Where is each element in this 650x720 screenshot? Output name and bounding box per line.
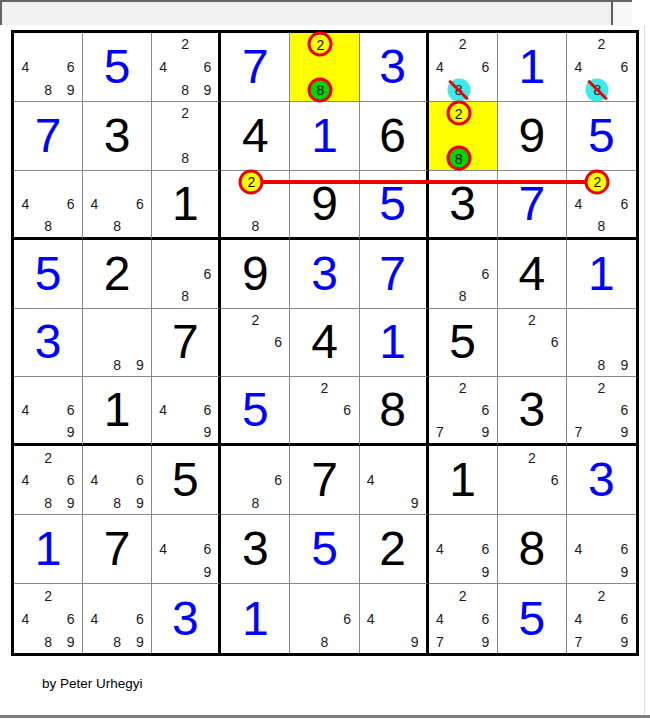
given-digit: 2 [360,515,426,583]
candidate-8: 8 [244,215,267,237]
candidate-grid: 469 [429,515,497,583]
candidate-6: 6 [474,607,497,630]
candidate-6: 6 [474,262,497,285]
candidate-8: 8 [590,354,613,377]
solved-digit: 3 [14,309,82,377]
solved-digit: 5 [83,33,151,101]
cell-r4c2[interactable]: 2 [83,240,152,309]
candidate-8: 8 [313,630,336,653]
cell-r7c2[interactable]: 4689 [83,446,152,515]
candidate-4: 4 [429,607,452,630]
solved-digit: 1 [14,515,82,583]
cell-r6c1[interactable]: 469 [14,377,83,446]
candidate-2: 2 [313,377,336,399]
marked-candidate-2: 2 [594,175,602,189]
candidate-grid: 2679 [567,377,636,443]
candidate-9: 9 [59,78,82,101]
cell-r7c6[interactable]: 49 [360,446,429,515]
cell-r2c1[interactable]: 7 [14,102,83,171]
candidate-7: 7 [567,421,590,443]
cell-r9c1[interactable]: 24689 [14,584,83,653]
cell-r8c7[interactable]: 469 [429,515,498,584]
cell-r9c5[interactable]: 68 [290,584,359,653]
candidate-6: 6 [613,538,636,561]
candidate-9: 9 [59,630,82,653]
cell-r8c1[interactable]: 1 [14,515,83,584]
cell-r2c5[interactable]: 1 [290,102,359,171]
cell-r5c1[interactable]: 3 [14,309,83,378]
candidate-grid: 24689 [14,584,82,653]
candidate-4: 4 [429,538,452,561]
window-bottom-edge [0,715,650,718]
solved-digit: 1 [567,240,636,308]
candidate-6: 6 [267,331,290,354]
solved-digit: 1 [221,584,289,653]
candidate-2: 2 [451,33,474,56]
cell-r9c3[interactable]: 3 [152,584,221,653]
candidate-grid: 26 [290,377,358,443]
candidate-9: 9 [404,492,426,515]
given-digit: 8 [498,515,566,583]
candidate-4: 4 [360,469,382,492]
given-digit: 8 [360,377,426,443]
given-digit: 4 [498,240,566,308]
cell-r2c3[interactable]: 28 [152,102,221,171]
given-digit: 1 [152,171,218,237]
candidate-2: 2 [590,584,613,607]
solved-digit: 7 [14,102,82,170]
cell-r4c5[interactable]: 3 [290,240,359,309]
cell-r4c4[interactable]: 9 [221,240,290,309]
top-bar-end-cap [613,2,632,25]
candidate-grid: 68 [429,240,497,308]
candidate-9: 9 [196,78,218,101]
cell-r1c8[interactable]: 1 [498,33,567,102]
candidate-grid: 24689 [14,446,82,514]
candidate-9: 9 [474,560,497,583]
candidate-grid: 2679 [429,377,497,443]
candidate-9: 9 [404,630,426,653]
candidate-grid: 4689 [83,446,151,514]
candidate-6: 6 [196,538,218,561]
cell-r6c9[interactable]: 2679 [567,377,636,446]
cell-r8c9[interactable]: 469 [567,515,636,584]
marked-candidate-2: 2 [317,37,325,51]
candidate-2: 2 [174,33,196,56]
solved-digit: 5 [498,584,566,653]
yellow-circle-mark: 2 [446,101,471,126]
cell-r4c1[interactable]: 5 [14,240,83,309]
candidate-grid: 24679 [567,584,636,653]
candidate-8: 8 [106,492,129,515]
candidate-9: 9 [129,492,152,515]
solved-digit: 3 [290,240,358,308]
solved-digit: 3 [152,584,218,653]
cell-r5c2[interactable]: 89 [83,309,152,378]
candidate-8: 8 [37,630,60,653]
candidate-8: 8 [106,215,129,237]
candidate-6: 6 [543,469,566,492]
given-digit: 7 [152,309,218,377]
solved-digit: 5 [14,240,82,308]
candidate-4: 4 [567,538,590,561]
cell-r1c6[interactable]: 3 [360,33,429,102]
candidate-4: 4 [152,399,174,421]
solved-digit: 3 [567,446,636,514]
cell-r8c3[interactable]: 469 [152,515,221,584]
candidate-grid: 469 [152,515,218,583]
given-digit: 4 [290,309,358,377]
solved-digit: 1 [498,33,566,101]
candidate-6: 6 [59,607,82,630]
cell-r4c7[interactable]: 68 [429,240,498,309]
cell-r4c3[interactable]: 68 [152,240,221,309]
candidate-4: 4 [152,56,174,79]
credit-text: by Peter Urhegyi [42,676,143,691]
cell-r5c3[interactable]: 7 [152,309,221,378]
cell-r2c4[interactable]: 4 [221,102,290,171]
candidate-grid: 24689 [152,33,218,101]
green-circle-mark: 8 [446,146,471,171]
cell-r9c9[interactable]: 24679 [567,584,636,653]
given-digit: 5 [429,309,497,377]
cell-r6c7[interactable]: 2679 [429,377,498,446]
cell-r5c6[interactable]: 1 [360,309,429,378]
cell-r9c4[interactable]: 1 [221,584,290,653]
given-digit: 6 [360,102,426,170]
candidate-9: 9 [474,630,497,653]
window-top-bar [0,0,632,25]
solved-digit: 1 [360,309,426,377]
cell-r9c2[interactable]: 4689 [83,584,152,653]
candidate-2: 2 [520,446,543,469]
candidate-grid: 468 [83,171,151,237]
candidate-grid: 469 [567,515,636,583]
marked-candidate-8: 8 [455,151,463,165]
candidate-grid: 68 [290,584,358,653]
candidate-2: 2 [37,446,60,469]
cell-r5c9[interactable]: 89 [567,309,636,378]
cell-r5c5[interactable]: 4 [290,309,359,378]
candidate-9: 9 [196,421,218,443]
candidate-2: 2 [244,309,267,332]
candidate-6: 6 [474,56,497,79]
cell-r7c9[interactable]: 3 [567,446,636,515]
cell-r1c9[interactable]: 24688 [567,33,636,102]
candidate-6: 6 [59,399,82,421]
candidate-6: 6 [613,399,636,421]
candidate-2: 2 [590,33,613,56]
candidate-7: 7 [429,630,452,653]
cell-r7c5[interactable]: 7 [290,446,359,515]
cyan-slash-mark: 8 [447,78,470,101]
candidate-9: 9 [613,630,636,653]
candidate-8: 8 [174,147,196,170]
candidate-8: 8 [37,492,60,515]
given-digit: 1 [83,377,151,443]
cell-r8c2[interactable]: 7 [83,515,152,584]
candidate-4: 4 [360,607,382,630]
solved-digit: 5 [221,377,289,443]
cell-r7c4[interactable]: 68 [221,446,290,515]
cell-r8c6[interactable]: 2 [360,515,429,584]
given-digit: 9 [221,240,289,308]
cell-r1c7[interactable]: 24688 [429,33,498,102]
given-digit: 2 [83,240,151,308]
candidate-9: 9 [196,560,218,583]
candidate-grid: 28 [152,102,218,170]
yellow-circle-mark: 2 [239,169,264,194]
cell-r7c7[interactable]: 1 [429,446,498,515]
cell-r6c4[interactable]: 5 [221,377,290,446]
candidate-8: 8 [244,492,267,515]
solved-digit: 1 [290,102,358,170]
candidate-6: 6 [59,469,82,492]
candidate-7: 7 [429,421,452,443]
cell-r3c2[interactable]: 468 [83,171,152,240]
candidate-4: 4 [14,56,37,79]
candidate-grid: 468 [14,171,82,237]
cell-r1c4[interactable]: 7 [221,33,290,102]
candidate-6: 6 [613,56,636,79]
cell-r2c2[interactable]: 3 [83,102,152,171]
candidate-2: 2 [590,377,613,399]
candidate-2: 2 [37,584,60,607]
cell-r7c1[interactable]: 24689 [14,446,83,515]
candidate-6: 6 [129,607,152,630]
candidate-9: 9 [59,421,82,443]
cell-r5c7[interactable]: 5 [429,309,498,378]
candidate-grid: 24679 [429,584,497,653]
given-digit: 7 [290,446,358,514]
candidate-8: 8 [174,78,196,101]
cell-r9c7[interactable]: 24679 [429,584,498,653]
candidate-6: 6 [336,607,359,630]
cell-r1c1[interactable]: 4689 [14,33,83,102]
candidate-9: 9 [613,421,636,443]
candidate-2: 2 [520,309,543,332]
candidate-6: 6 [613,193,636,215]
given-digit: 9 [498,102,566,170]
cell-r1c2[interactable]: 5 [83,33,152,102]
candidate-4: 4 [83,607,106,630]
candidate-9: 9 [613,354,636,377]
candidate-2: 2 [451,377,474,399]
candidate-4: 4 [14,193,37,215]
cell-r3c3[interactable]: 1 [152,171,221,240]
candidate-4: 4 [83,469,106,492]
cell-r5c8[interactable]: 26 [498,309,567,378]
given-digit: 3 [83,102,151,170]
candidate-grid: 4689 [83,584,151,653]
candidate-9: 9 [129,354,152,377]
candidate-8: 8 [106,630,129,653]
candidate-grid: 469 [14,377,82,443]
candidate-grid: 26 [498,446,566,514]
cell-r1c5[interactable]: 2828 [290,33,359,102]
chain-line [252,180,598,184]
candidate-6: 6 [59,193,82,215]
cell-r8c5[interactable]: 5 [290,515,359,584]
cell-r2c6[interactable]: 6 [360,102,429,171]
candidate-grid: 49 [360,446,426,514]
marked-candidate-2: 2 [455,106,463,120]
cell-r9c8[interactable]: 5 [498,584,567,653]
yellow-circle-mark: 2 [308,32,333,57]
candidate-7: 7 [567,630,590,653]
candidate-4: 4 [567,193,590,215]
cell-r6c5[interactable]: 26 [290,377,359,446]
given-digit: 1 [429,446,497,514]
cell-r6c8[interactable]: 3 [498,377,567,446]
candidate-6: 6 [196,399,218,421]
candidate-9: 9 [613,560,636,583]
cell-r8c8[interactable]: 8 [498,515,567,584]
solved-digit: 5 [567,102,636,170]
cell-r4c9[interactable]: 1 [567,240,636,309]
candidate-4: 4 [152,538,174,561]
marked-candidate-2: 2 [247,175,255,189]
candidate-4: 4 [567,607,590,630]
candidate-4: 4 [14,399,37,421]
candidate-grid: 89 [83,309,151,377]
sudoku-board: 4689524689728283246881246887328416282895… [11,30,639,656]
candidate-8: 8 [451,285,474,308]
candidate-2: 2 [174,102,196,125]
green-circle-mark: 8 [308,77,333,102]
candidate-9: 9 [129,630,152,653]
candidate-6: 6 [196,262,218,285]
cell-r6c2[interactable]: 1 [83,377,152,446]
cell-r2c7[interactable]: 2828 [429,102,498,171]
candidate-grid: 68 [152,240,218,308]
candidate-6: 6 [474,538,497,561]
candidate-4: 4 [83,193,106,215]
solved-digit: 7 [360,240,426,308]
candidate-6: 6 [474,399,497,421]
candidate-4: 4 [14,607,37,630]
candidate-grid: 68 [221,446,289,514]
candidate-grid: 89 [567,309,636,377]
candidate-4: 4 [429,56,452,79]
candidate-grid: 49 [360,584,426,653]
cyan-slash-mark: 8 [586,78,609,101]
cell-r4c8[interactable]: 4 [498,240,567,309]
candidate-4: 4 [14,469,37,492]
candidate-grid: 26 [221,309,289,377]
candidate-8: 8 [37,215,60,237]
candidate-2: 2 [451,584,474,607]
cell-r2c9[interactable]: 5 [567,102,636,171]
cell-r5c4[interactable]: 26 [221,309,290,378]
solved-digit: 3 [360,33,426,101]
cell-r7c8[interactable]: 26 [498,446,567,515]
cell-r7c3[interactable]: 5 [152,446,221,515]
candidate-8: 8 [590,215,613,237]
given-digit: 5 [152,446,218,514]
cell-r9c6[interactable]: 49 [360,584,429,653]
cell-r8c4[interactable]: 3 [221,515,290,584]
solved-digit: 5 [290,515,358,583]
candidate-6: 6 [59,56,82,79]
cell-r1c3[interactable]: 24689 [152,33,221,102]
candidate-6: 6 [613,607,636,630]
candidate-grid: 469 [152,377,218,443]
given-digit: 3 [498,377,566,443]
candidate-6: 6 [196,56,218,79]
yellow-circle-mark: 2 [585,169,610,194]
cell-r2c8[interactable]: 9 [498,102,567,171]
window-right-edge [644,25,645,716]
cell-r6c6[interactable]: 8 [360,377,429,446]
candidate-8: 8 [37,78,60,101]
solved-digit: 7 [221,33,289,101]
cell-r3c1[interactable]: 468 [14,171,83,240]
candidate-8: 8 [106,354,129,377]
candidate-6: 6 [543,331,566,354]
given-digit: 4 [221,102,289,170]
marked-candidate-8: 8 [317,83,325,97]
candidate-grid: 26 [498,309,566,377]
given-digit: 3 [221,515,289,583]
candidate-4: 4 [567,56,590,79]
candidate-6: 6 [336,399,359,421]
cell-r4c6[interactable]: 7 [360,240,429,309]
cell-r6c3[interactable]: 469 [152,377,221,446]
candidate-9: 9 [59,492,82,515]
candidate-6: 6 [267,469,290,492]
candidate-9: 9 [474,421,497,443]
given-digit: 7 [83,515,151,583]
candidate-8: 8 [174,285,196,308]
candidate-grid: 4689 [14,33,82,101]
candidate-6: 6 [129,469,152,492]
candidate-6: 6 [129,193,152,215]
